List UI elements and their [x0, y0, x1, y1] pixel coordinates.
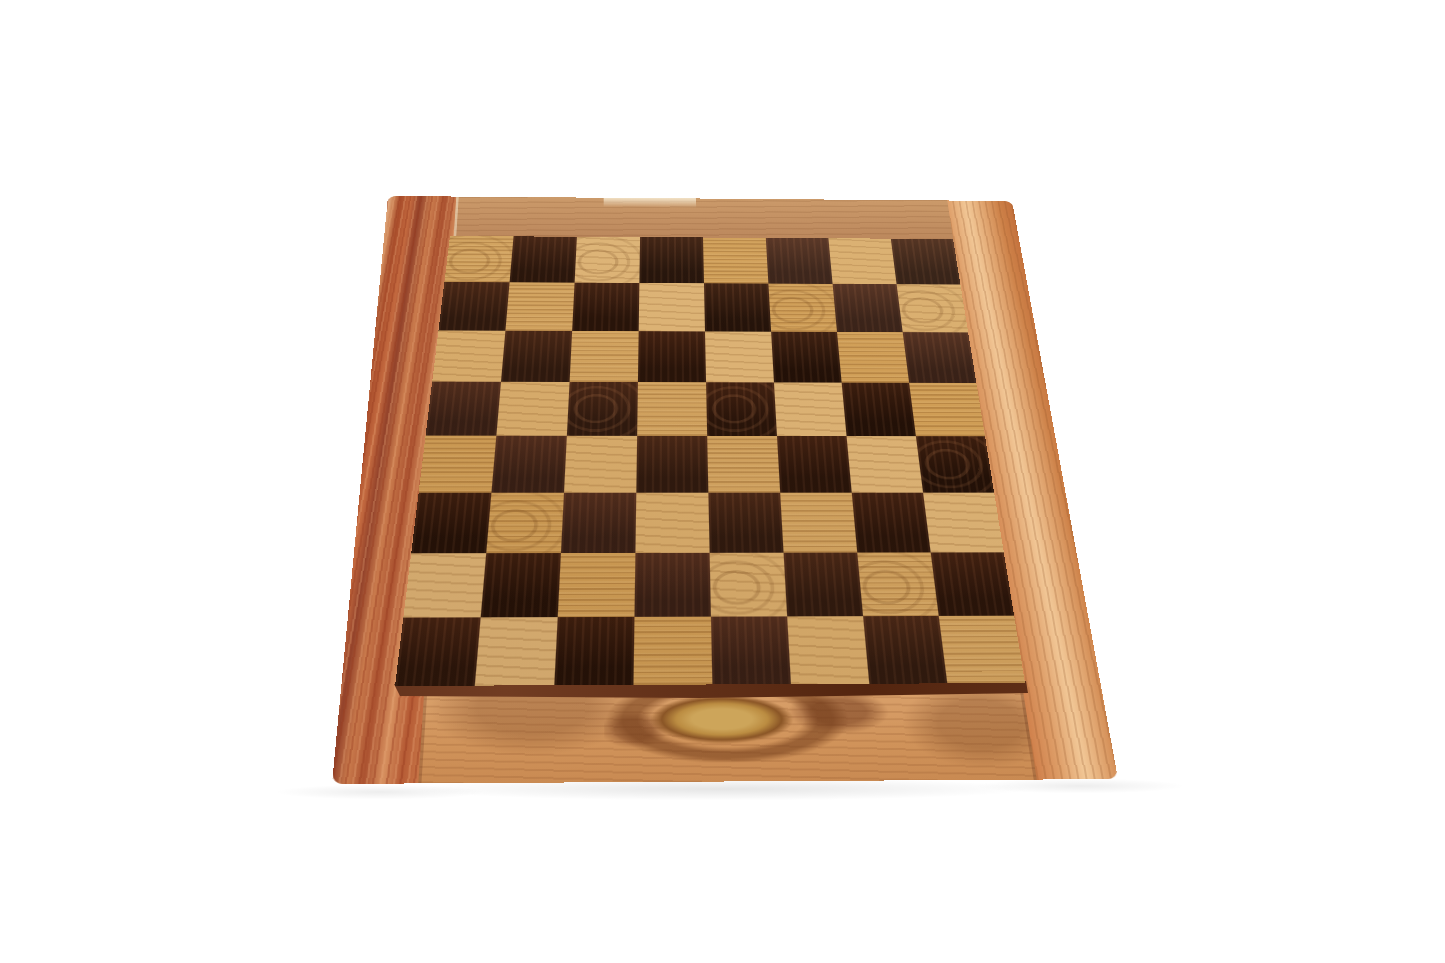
square-e5: [706, 382, 777, 436]
square-e2: [710, 553, 788, 617]
square-c8: [575, 237, 640, 283]
square-g3: [852, 493, 931, 553]
square-d8: [639, 237, 704, 283]
square-c7: [572, 283, 639, 332]
square-f3: [780, 493, 857, 553]
square-b5: [496, 382, 569, 436]
square-g7: [833, 284, 903, 332]
square-g4: [847, 436, 924, 493]
square-a6: [432, 330, 505, 381]
square-h4: [916, 436, 994, 492]
square-d3: [635, 493, 709, 553]
square-f7: [768, 284, 837, 332]
square-c3: [561, 493, 636, 553]
square-h2: [931, 552, 1014, 616]
square-h7: [897, 284, 969, 332]
square-b7: [505, 282, 574, 331]
square-a1: [395, 617, 481, 686]
chess-board: [395, 236, 1025, 686]
square-e4: [707, 436, 780, 493]
square-a4: [419, 436, 497, 493]
square-h1: [939, 616, 1025, 684]
square-c4: [564, 436, 637, 493]
square-c5: [567, 382, 638, 436]
square-e6: [705, 331, 774, 382]
square-d4: [636, 436, 708, 493]
square-g8: [828, 238, 896, 284]
square-e1: [711, 616, 791, 684]
square-g2: [857, 552, 938, 616]
product-photo-scene: [0, 0, 1445, 963]
square-b2: [481, 553, 561, 617]
square-d1: [633, 617, 712, 685]
square-a7: [438, 282, 509, 331]
square-d6: [638, 331, 706, 382]
square-d5: [637, 382, 707, 436]
square-a5: [426, 382, 501, 436]
square-g1: [863, 616, 947, 684]
square-b4: [491, 436, 566, 493]
square-h6: [903, 332, 977, 383]
square-h3: [923, 493, 1004, 553]
square-a8: [444, 236, 513, 282]
square-b3: [486, 493, 564, 553]
square-c6: [570, 331, 639, 382]
square-f6: [771, 332, 842, 383]
square-f8: [766, 238, 833, 284]
square-f2: [784, 553, 864, 617]
square-c2: [558, 553, 636, 617]
square-d7: [639, 283, 705, 331]
square-e8: [703, 238, 768, 284]
square-a2: [403, 553, 486, 617]
square-e3: [708, 493, 783, 553]
square-h5: [909, 383, 985, 436]
square-a3: [411, 493, 491, 554]
square-f5: [774, 382, 847, 436]
square-g6: [837, 332, 909, 383]
square-d2: [634, 553, 710, 617]
square-b8: [510, 236, 577, 282]
square-h8: [891, 239, 961, 285]
square-c1: [554, 617, 634, 685]
square-e7: [704, 283, 771, 331]
square-b6: [501, 331, 572, 382]
sapwood-patch: [604, 198, 697, 208]
square-g5: [842, 383, 916, 437]
square-f1: [787, 616, 869, 684]
square-f4: [777, 436, 852, 493]
square-b1: [475, 617, 558, 685]
